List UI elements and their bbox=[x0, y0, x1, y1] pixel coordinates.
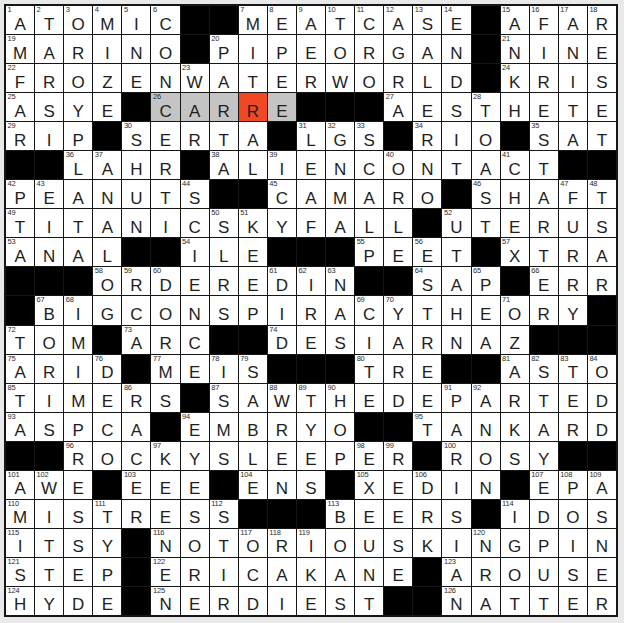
letter-cell-r9c16[interactable]: T bbox=[442, 238, 470, 266]
letter-cell-r14c11[interactable]: 89T bbox=[297, 384, 325, 412]
letter-cell-r11c7[interactable]: N bbox=[181, 296, 209, 324]
letter-cell-r2c8[interactable]: 20P bbox=[210, 35, 238, 63]
letter-cell-r7c12[interactable]: M bbox=[326, 180, 354, 208]
letter-cell-r2c3[interactable]: R bbox=[64, 35, 92, 63]
letter-cell-r7c20[interactable]: 47F bbox=[559, 180, 587, 208]
letter-cell-r7c4[interactable]: N bbox=[93, 180, 121, 208]
letter-cell-r18c21[interactable]: S bbox=[588, 500, 616, 528]
letter-cell-r3c16[interactable]: D bbox=[442, 64, 470, 92]
letter-cell-r10c6[interactable]: 60D bbox=[151, 267, 179, 295]
letter-cell-r2c16[interactable]: N bbox=[442, 35, 470, 63]
letter-cell-r18c7[interactable]: S bbox=[181, 500, 209, 528]
letter-cell-r1c1[interactable]: 1A bbox=[6, 6, 34, 34]
letter-cell-r17c2[interactable]: 102W bbox=[35, 471, 63, 499]
letter-cell-r9c13[interactable]: 55P bbox=[355, 238, 383, 266]
letter-cell-r5c9[interactable]: A bbox=[239, 122, 267, 150]
letter-cell-r18c13[interactable]: E bbox=[355, 500, 383, 528]
letter-cell-r15c1[interactable]: 93A bbox=[6, 413, 34, 441]
letter-cell-r18c15[interactable]: R bbox=[413, 500, 441, 528]
letter-cell-r18c5[interactable]: R bbox=[122, 500, 150, 528]
letter-cell-r13c19[interactable]: 82S bbox=[530, 355, 558, 383]
letter-cell-r14c13[interactable]: E bbox=[355, 384, 383, 412]
letter-cell-r9c9[interactable]: E bbox=[239, 238, 267, 266]
letter-cell-r1c11[interactable]: 9A bbox=[297, 6, 325, 34]
letter-cell-r8c18[interactable]: E bbox=[501, 209, 529, 237]
letter-cell-r21c16[interactable]: 126N bbox=[442, 587, 470, 615]
letter-cell-r9c8[interactable]: L bbox=[210, 238, 238, 266]
letter-cell-r13c13[interactable]: 80T bbox=[355, 355, 383, 383]
letter-cell-r5c19[interactable]: 35S bbox=[530, 122, 558, 150]
letter-cell-r3c1[interactable]: 22F bbox=[6, 64, 34, 92]
letter-cell-r1c18[interactable]: 15A bbox=[501, 6, 529, 34]
letter-cell-r4c15[interactable]: E bbox=[413, 93, 441, 121]
letter-cell-r10c9[interactable]: E bbox=[239, 267, 267, 295]
letter-cell-r11c11[interactable]: R bbox=[297, 296, 325, 324]
letter-cell-r1c9[interactable]: 7M bbox=[239, 6, 267, 34]
letter-cell-r7c17[interactable]: 46S bbox=[472, 180, 500, 208]
letter-cell-r7c21[interactable]: 48T bbox=[588, 180, 616, 208]
letter-cell-r10c16[interactable]: A bbox=[442, 267, 470, 295]
letter-cell-r15c17[interactable]: N bbox=[472, 413, 500, 441]
letter-cell-r20c4[interactable]: P bbox=[93, 558, 121, 586]
letter-cell-r6c15[interactable]: N bbox=[413, 151, 441, 179]
letter-cell-r19c12[interactable]: O bbox=[326, 529, 354, 557]
letter-cell-r18c14[interactable]: E bbox=[384, 500, 412, 528]
letter-cell-r15c16[interactable]: A bbox=[442, 413, 470, 441]
letter-cell-r11c4[interactable]: G bbox=[93, 296, 121, 324]
letter-cell-r16c19[interactable]: Y bbox=[530, 442, 558, 470]
letter-cell-r1c15[interactable]: 13S bbox=[413, 6, 441, 34]
letter-cell-r16c17[interactable]: O bbox=[472, 442, 500, 470]
letter-cell-r8c17[interactable]: T bbox=[472, 209, 500, 237]
letter-cell-r19c4[interactable]: Y bbox=[93, 529, 121, 557]
letter-cell-r7c10[interactable]: 45C bbox=[268, 180, 296, 208]
letter-cell-r15c18[interactable]: K bbox=[501, 413, 529, 441]
letter-cell-r7c5[interactable]: U bbox=[122, 180, 150, 208]
letter-cell-r19c19[interactable]: P bbox=[530, 529, 558, 557]
letter-cell-r5c1[interactable]: 29R bbox=[6, 122, 34, 150]
letter-cell-r10c4[interactable]: 58O bbox=[93, 267, 121, 295]
letter-cell-r16c7[interactable]: Y bbox=[181, 442, 209, 470]
letter-cell-r18c1[interactable]: 110M bbox=[6, 500, 34, 528]
letter-cell-r11c10[interactable]: I bbox=[268, 296, 296, 324]
letter-cell-r14c19[interactable]: T bbox=[530, 384, 558, 412]
letter-cell-r20c11[interactable]: K bbox=[297, 558, 325, 586]
letter-cell-r18c20[interactable]: O bbox=[559, 500, 587, 528]
letter-cell-r7c2[interactable]: 43E bbox=[35, 180, 63, 208]
letter-cell-r6c18[interactable]: 41C bbox=[501, 151, 529, 179]
letter-cell-r1c20[interactable]: 17A bbox=[559, 6, 587, 34]
letter-cell-r17c10[interactable]: N bbox=[268, 471, 296, 499]
letter-cell-r7c1[interactable]: 42P bbox=[6, 180, 34, 208]
letter-cell-r4c1[interactable]: 25A bbox=[6, 93, 34, 121]
selected-word-cell-r4c7[interactable]: A bbox=[181, 93, 209, 121]
letter-cell-r6c3[interactable]: 36L bbox=[64, 151, 92, 179]
letter-cell-r21c3[interactable]: D bbox=[64, 587, 92, 615]
letter-cell-r17c17[interactable]: N bbox=[472, 471, 500, 499]
letter-cell-r14c5[interactable]: 86R bbox=[122, 384, 150, 412]
letter-cell-r6c16[interactable]: T bbox=[442, 151, 470, 179]
letter-cell-r2c19[interactable]: I bbox=[530, 35, 558, 63]
letter-cell-r20c8[interactable]: I bbox=[210, 558, 238, 586]
letter-cell-r21c8[interactable]: R bbox=[210, 587, 238, 615]
letter-cell-r6c8[interactable]: 38A bbox=[210, 151, 238, 179]
letter-cell-r7c7[interactable]: 44S bbox=[181, 180, 209, 208]
letter-cell-r21c9[interactable]: D bbox=[239, 587, 267, 615]
letter-cell-r13c15[interactable]: E bbox=[413, 355, 441, 383]
letter-cell-r3c19[interactable]: R bbox=[530, 64, 558, 92]
letter-cell-r5c2[interactable]: I bbox=[35, 122, 63, 150]
letter-cell-r2c9[interactable]: I bbox=[239, 35, 267, 63]
letter-cell-r1c19[interactable]: 16F bbox=[530, 6, 558, 34]
letter-cell-r8c13[interactable]: L bbox=[355, 209, 383, 237]
letter-cell-r13c14[interactable]: R bbox=[384, 355, 412, 383]
letter-cell-r21c20[interactable]: E bbox=[559, 587, 587, 615]
letter-cell-r11c15[interactable]: T bbox=[413, 296, 441, 324]
letter-cell-r7c6[interactable]: T bbox=[151, 180, 179, 208]
letter-cell-r12c16[interactable]: N bbox=[442, 326, 470, 354]
letter-cell-r10c5[interactable]: 59R bbox=[122, 267, 150, 295]
letter-cell-r8c5[interactable]: N bbox=[122, 209, 150, 237]
letter-cell-r8c1[interactable]: 49T bbox=[6, 209, 34, 237]
letter-cell-r16c3[interactable]: 96R bbox=[64, 442, 92, 470]
letter-cell-r11c17[interactable]: E bbox=[472, 296, 500, 324]
letter-cell-r3c13[interactable]: O bbox=[355, 64, 383, 92]
letter-cell-r18c4[interactable]: 111T bbox=[93, 500, 121, 528]
letter-cell-r7c19[interactable]: A bbox=[530, 180, 558, 208]
letter-cell-r4c14[interactable]: 27A bbox=[384, 93, 412, 121]
letter-cell-r19c18[interactable]: G bbox=[501, 529, 529, 557]
letter-cell-r17c14[interactable]: E bbox=[384, 471, 412, 499]
letter-cell-r19c10[interactable]: 118R bbox=[268, 529, 296, 557]
letter-cell-r19c17[interactable]: 120N bbox=[472, 529, 500, 557]
letter-cell-r1c10[interactable]: 8E bbox=[268, 6, 296, 34]
letter-cell-r6c9[interactable]: L bbox=[239, 151, 267, 179]
letter-cell-r17c16[interactable]: I bbox=[442, 471, 470, 499]
letter-cell-r1c12[interactable]: 10T bbox=[326, 6, 354, 34]
letter-cell-r8c19[interactable]: R bbox=[530, 209, 558, 237]
letter-cell-r15c7[interactable]: 94E bbox=[181, 413, 209, 441]
letter-cell-r8c7[interactable]: C bbox=[181, 209, 209, 237]
letter-cell-r17c6[interactable]: E bbox=[151, 471, 179, 499]
letter-cell-r5c13[interactable]: 33S bbox=[355, 122, 383, 150]
letter-cell-r6c5[interactable]: H bbox=[122, 151, 150, 179]
letter-cell-r21c4[interactable]: E bbox=[93, 587, 121, 615]
letter-cell-r13c6[interactable]: 77M bbox=[151, 355, 179, 383]
letter-cell-r20c13[interactable]: N bbox=[355, 558, 383, 586]
letter-cell-r2c14[interactable]: G bbox=[384, 35, 412, 63]
letter-cell-r15c11[interactable]: Y bbox=[297, 413, 325, 441]
letter-cell-r3c7[interactable]: 23W bbox=[181, 64, 209, 92]
letter-cell-r12c15[interactable]: R bbox=[413, 326, 441, 354]
letter-cell-r4c16[interactable]: S bbox=[442, 93, 470, 121]
letter-cell-r20c1[interactable]: 121S bbox=[6, 558, 34, 586]
letter-cell-r11c5[interactable]: C bbox=[122, 296, 150, 324]
letter-cell-r16c5[interactable]: C bbox=[122, 442, 150, 470]
letter-cell-r9c19[interactable]: T bbox=[530, 238, 558, 266]
letter-cell-r3c9[interactable]: T bbox=[239, 64, 267, 92]
letter-cell-r21c7[interactable]: E bbox=[181, 587, 209, 615]
letter-cell-r12c6[interactable]: R bbox=[151, 326, 179, 354]
letter-cell-r17c15[interactable]: 106D bbox=[413, 471, 441, 499]
letter-cell-r15c12[interactable]: O bbox=[326, 413, 354, 441]
letter-cell-r11c14[interactable]: 70Y bbox=[384, 296, 412, 324]
letter-cell-r5c3[interactable]: P bbox=[64, 122, 92, 150]
letter-cell-r16c8[interactable]: S bbox=[210, 442, 238, 470]
letter-cell-r21c19[interactable]: T bbox=[530, 587, 558, 615]
letter-cell-r17c5[interactable]: 103E bbox=[122, 471, 150, 499]
letter-cell-r7c15[interactable]: O bbox=[413, 180, 441, 208]
letter-cell-r10c8[interactable]: R bbox=[210, 267, 238, 295]
letter-cell-r1c5[interactable]: 5I bbox=[122, 6, 150, 34]
letter-cell-r5c21[interactable]: T bbox=[588, 122, 616, 150]
letter-cell-r10c21[interactable]: R bbox=[588, 267, 616, 295]
letter-cell-r4c2[interactable]: S bbox=[35, 93, 63, 121]
letter-cell-r11c13[interactable]: 69C bbox=[355, 296, 383, 324]
letter-cell-r14c12[interactable]: 90H bbox=[326, 384, 354, 412]
letter-cell-r12c11[interactable]: E bbox=[297, 326, 325, 354]
letter-cell-r3c6[interactable]: N bbox=[151, 64, 179, 92]
letter-cell-r8c12[interactable]: A bbox=[326, 209, 354, 237]
letter-cell-r5c17[interactable]: O bbox=[472, 122, 500, 150]
letter-cell-r20c21[interactable]: E bbox=[588, 558, 616, 586]
letter-cell-r19c2[interactable]: T bbox=[35, 529, 63, 557]
letter-cell-r15c10[interactable]: R bbox=[268, 413, 296, 441]
letter-cell-r4c21[interactable]: E bbox=[588, 93, 616, 121]
letter-cell-r17c20[interactable]: 108P bbox=[559, 471, 587, 499]
letter-cell-r18c19[interactable]: D bbox=[530, 500, 558, 528]
letter-cell-r21c21[interactable]: R bbox=[588, 587, 616, 615]
letter-cell-r6c14[interactable]: 40O bbox=[384, 151, 412, 179]
letter-cell-r3c12[interactable]: W bbox=[326, 64, 354, 92]
letter-cell-r7c13[interactable]: A bbox=[355, 180, 383, 208]
letter-cell-r21c2[interactable]: Y bbox=[35, 587, 63, 615]
letter-cell-r10c20[interactable]: R bbox=[559, 267, 587, 295]
letter-cell-r3c11[interactable]: R bbox=[297, 64, 325, 92]
letter-cell-r12c1[interactable]: 72T bbox=[6, 326, 34, 354]
letter-cell-r3c18[interactable]: 24K bbox=[501, 64, 529, 92]
letter-cell-r5c11[interactable]: 31L bbox=[297, 122, 325, 150]
letter-cell-r17c13[interactable]: 105X bbox=[355, 471, 383, 499]
letter-cell-r20c6[interactable]: 122E bbox=[151, 558, 179, 586]
letter-cell-r12c14[interactable]: A bbox=[384, 326, 412, 354]
letter-cell-r20c3[interactable]: E bbox=[64, 558, 92, 586]
letter-cell-r20c20[interactable]: S bbox=[559, 558, 587, 586]
letter-cell-r11c3[interactable]: 68I bbox=[64, 296, 92, 324]
letter-cell-r1c6[interactable]: 6C bbox=[151, 6, 179, 34]
letter-cell-r19c8[interactable]: T bbox=[210, 529, 238, 557]
letter-cell-r3c4[interactable]: Z bbox=[93, 64, 121, 92]
selected-word-cell-r4c10[interactable]: E bbox=[268, 93, 296, 121]
letter-cell-r8c9[interactable]: 51K bbox=[239, 209, 267, 237]
letter-cell-r19c1[interactable]: 115I bbox=[6, 529, 34, 557]
letter-cell-r14c20[interactable]: E bbox=[559, 384, 587, 412]
letter-cell-r2c1[interactable]: 19M bbox=[6, 35, 34, 63]
selected-word-cell-r4c8[interactable]: R bbox=[210, 93, 238, 121]
letter-cell-r8c16[interactable]: 52U bbox=[442, 209, 470, 237]
letter-cell-r13c3[interactable]: I bbox=[64, 355, 92, 383]
letter-cell-r14c6[interactable]: S bbox=[151, 384, 179, 412]
letter-cell-r1c4[interactable]: 4M bbox=[93, 6, 121, 34]
letter-cell-r7c14[interactable]: R bbox=[384, 180, 412, 208]
letter-cell-r14c4[interactable]: E bbox=[93, 384, 121, 412]
letter-cell-r2c2[interactable]: A bbox=[35, 35, 63, 63]
letter-cell-r14c17[interactable]: 92A bbox=[472, 384, 500, 412]
letter-cell-r18c16[interactable]: S bbox=[442, 500, 470, 528]
letter-cell-r20c12[interactable]: A bbox=[326, 558, 354, 586]
letter-cell-r19c7[interactable]: O bbox=[181, 529, 209, 557]
letter-cell-r2c12[interactable]: O bbox=[326, 35, 354, 63]
letter-cell-r8c4[interactable]: A bbox=[93, 209, 121, 237]
letter-cell-r19c15[interactable]: K bbox=[413, 529, 441, 557]
letter-cell-r8c11[interactable]: F bbox=[297, 209, 325, 237]
letter-cell-r16c11[interactable]: E bbox=[297, 442, 325, 470]
letter-cell-r14c10[interactable]: 88W bbox=[268, 384, 296, 412]
letter-cell-r12c12[interactable]: S bbox=[326, 326, 354, 354]
letter-cell-r2c21[interactable]: E bbox=[588, 35, 616, 63]
letter-cell-r10c10[interactable]: 61D bbox=[268, 267, 296, 295]
letter-cell-r7c18[interactable]: H bbox=[501, 180, 529, 208]
letter-cell-r16c4[interactable]: O bbox=[93, 442, 121, 470]
letter-cell-r16c10[interactable]: E bbox=[268, 442, 296, 470]
letter-cell-r13c9[interactable]: 79S bbox=[239, 355, 267, 383]
letter-cell-r2c10[interactable]: P bbox=[268, 35, 296, 63]
letter-cell-r8c21[interactable]: S bbox=[588, 209, 616, 237]
letter-cell-r20c2[interactable]: T bbox=[35, 558, 63, 586]
letter-cell-r13c4[interactable]: 76D bbox=[93, 355, 121, 383]
letter-cell-r19c6[interactable]: 116N bbox=[151, 529, 179, 557]
letter-cell-r14c18[interactable]: R bbox=[501, 384, 529, 412]
letter-cell-r11c19[interactable]: R bbox=[530, 296, 558, 324]
letter-cell-r9c14[interactable]: E bbox=[384, 238, 412, 266]
letter-cell-r9c2[interactable]: N bbox=[35, 238, 63, 266]
letter-cell-r17c3[interactable]: E bbox=[64, 471, 92, 499]
letter-cell-r16c13[interactable]: 98E bbox=[355, 442, 383, 470]
letter-cell-r17c1[interactable]: 101A bbox=[6, 471, 34, 499]
letter-cell-r6c17[interactable]: A bbox=[472, 151, 500, 179]
letter-cell-r17c21[interactable]: 109A bbox=[588, 471, 616, 499]
letter-cell-r19c9[interactable]: 117O bbox=[239, 529, 267, 557]
letter-cell-r15c19[interactable]: A bbox=[530, 413, 558, 441]
letter-cell-r20c19[interactable]: U bbox=[530, 558, 558, 586]
letter-cell-r14c8[interactable]: 87S bbox=[210, 384, 238, 412]
letter-cell-r9c15[interactable]: 56E bbox=[413, 238, 441, 266]
letter-cell-r11c18[interactable]: 71O bbox=[501, 296, 529, 324]
letter-cell-r4c19[interactable]: E bbox=[530, 93, 558, 121]
letter-cell-r15c15[interactable]: 95T bbox=[413, 413, 441, 441]
letter-cell-r13c1[interactable]: 75A bbox=[6, 355, 34, 383]
letter-cell-r8c8[interactable]: 50S bbox=[210, 209, 238, 237]
letter-cell-r1c3[interactable]: 3O bbox=[64, 6, 92, 34]
letter-cell-r1c14[interactable]: 12A bbox=[384, 6, 412, 34]
letter-cell-r5c6[interactable]: E bbox=[151, 122, 179, 150]
letter-cell-r14c14[interactable]: D bbox=[384, 384, 412, 412]
letter-cell-r20c18[interactable]: O bbox=[501, 558, 529, 586]
letter-cell-r16c14[interactable]: 99R bbox=[384, 442, 412, 470]
letter-cell-r20c9[interactable]: C bbox=[239, 558, 267, 586]
letter-cell-r8c20[interactable]: U bbox=[559, 209, 587, 237]
letter-cell-r11c20[interactable]: Y bbox=[559, 296, 587, 324]
letter-cell-r6c4[interactable]: 37A bbox=[93, 151, 121, 179]
letter-cell-r3c2[interactable]: R bbox=[35, 64, 63, 92]
letter-cell-r12c17[interactable]: A bbox=[472, 326, 500, 354]
letter-cell-r11c6[interactable]: O bbox=[151, 296, 179, 324]
letter-cell-r1c21[interactable]: 18R bbox=[588, 6, 616, 34]
letter-cell-r16c6[interactable]: 97K bbox=[151, 442, 179, 470]
letter-cell-r13c2[interactable]: R bbox=[35, 355, 63, 383]
selected-word-cell-r4c6[interactable]: 26C bbox=[151, 93, 179, 121]
letter-cell-r9c7[interactable]: 54I bbox=[181, 238, 209, 266]
letter-cell-r6c13[interactable]: C bbox=[355, 151, 383, 179]
letter-cell-r8c14[interactable]: L bbox=[384, 209, 412, 237]
letter-cell-r6c11[interactable]: E bbox=[297, 151, 325, 179]
letter-cell-r15c5[interactable]: A bbox=[122, 413, 150, 441]
letter-cell-r19c16[interactable]: I bbox=[442, 529, 470, 557]
letter-cell-r12c7[interactable]: C bbox=[181, 326, 209, 354]
letter-cell-r9c1[interactable]: 53A bbox=[6, 238, 34, 266]
letter-cell-r15c8[interactable]: M bbox=[210, 413, 238, 441]
letter-cell-r6c10[interactable]: 39I bbox=[268, 151, 296, 179]
letter-cell-r16c16[interactable]: 100R bbox=[442, 442, 470, 470]
letter-cell-r19c21[interactable]: N bbox=[588, 529, 616, 557]
letter-cell-r13c21[interactable]: 84O bbox=[588, 355, 616, 383]
letter-cell-r14c21[interactable]: D bbox=[588, 384, 616, 412]
letter-cell-r3c10[interactable]: E bbox=[268, 64, 296, 92]
letter-cell-r17c11[interactable]: S bbox=[297, 471, 325, 499]
letter-cell-r2c18[interactable]: 21N bbox=[501, 35, 529, 63]
letter-cell-r14c9[interactable]: A bbox=[239, 384, 267, 412]
letter-cell-r14c15[interactable]: E bbox=[413, 384, 441, 412]
letter-cell-r2c15[interactable]: A bbox=[413, 35, 441, 63]
letter-cell-r14c1[interactable]: 85T bbox=[6, 384, 34, 412]
letter-cell-r15c3[interactable]: P bbox=[64, 413, 92, 441]
letter-cell-r13c7[interactable]: E bbox=[181, 355, 209, 383]
letter-cell-r17c19[interactable]: 107E bbox=[530, 471, 558, 499]
letter-cell-r2c4[interactable]: I bbox=[93, 35, 121, 63]
letter-cell-r16c12[interactable]: P bbox=[326, 442, 354, 470]
letter-cell-r6c6[interactable]: R bbox=[151, 151, 179, 179]
letter-cell-r6c12[interactable]: N bbox=[326, 151, 354, 179]
letter-cell-r20c16[interactable]: 123A bbox=[442, 558, 470, 586]
letter-cell-r15c9[interactable]: B bbox=[239, 413, 267, 441]
letter-cell-r12c18[interactable]: Z bbox=[501, 326, 529, 354]
letter-cell-r20c17[interactable]: R bbox=[472, 558, 500, 586]
letter-cell-r12c5[interactable]: 73A bbox=[122, 326, 150, 354]
letter-cell-r10c19[interactable]: 66E bbox=[530, 267, 558, 295]
letter-cell-r21c1[interactable]: 124H bbox=[6, 587, 34, 615]
letter-cell-r19c13[interactable]: U bbox=[355, 529, 383, 557]
letter-cell-r12c13[interactable]: I bbox=[355, 326, 383, 354]
letter-cell-r18c6[interactable]: E bbox=[151, 500, 179, 528]
letter-cell-r15c20[interactable]: R bbox=[559, 413, 587, 441]
letter-cell-r13c20[interactable]: 83T bbox=[559, 355, 587, 383]
letter-cell-r3c15[interactable]: L bbox=[413, 64, 441, 92]
cursor-cell-r4c9[interactable]: R bbox=[239, 93, 267, 121]
letter-cell-r2c13[interactable]: R bbox=[355, 35, 383, 63]
letter-cell-r14c2[interactable]: I bbox=[35, 384, 63, 412]
letter-cell-r2c11[interactable]: E bbox=[297, 35, 325, 63]
letter-cell-r12c2[interactable]: O bbox=[35, 326, 63, 354]
letter-cell-r11c8[interactable]: S bbox=[210, 296, 238, 324]
letter-cell-r21c12[interactable]: S bbox=[326, 587, 354, 615]
letter-cell-r13c8[interactable]: 78I bbox=[210, 355, 238, 383]
letter-cell-r18c12[interactable]: 113B bbox=[326, 500, 354, 528]
letter-cell-r9c3[interactable]: A bbox=[64, 238, 92, 266]
letter-cell-r21c18[interactable]: T bbox=[501, 587, 529, 615]
letter-cell-r5c7[interactable]: R bbox=[181, 122, 209, 150]
letter-cell-r3c20[interactable]: I bbox=[559, 64, 587, 92]
letter-cell-r1c2[interactable]: 2T bbox=[35, 6, 63, 34]
